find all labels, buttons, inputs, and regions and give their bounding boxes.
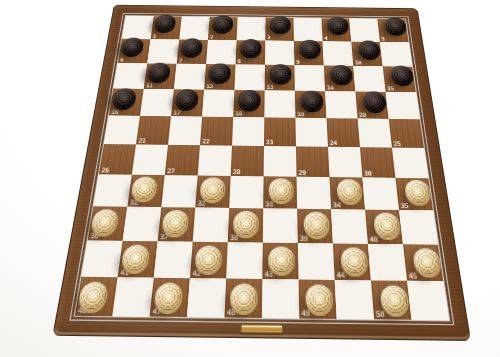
square-40[interactable]: 40: [365, 210, 403, 245]
square-number: 18: [235, 111, 242, 117]
square-38[interactable]: 38: [228, 208, 263, 243]
square-number: 27: [167, 168, 175, 174]
square-light[interactable]: [93, 174, 131, 207]
light-man-piece[interactable]: [130, 176, 157, 200]
square-number: 44: [337, 271, 346, 279]
square-41[interactable]: 41: [118, 241, 158, 278]
square-light[interactable]: [168, 116, 202, 145]
square-number: 38: [230, 234, 238, 241]
dark-man-piece[interactable]: [327, 16, 349, 33]
square-21[interactable]: 21: [136, 116, 171, 145]
dark-man-piece[interactable]: [300, 90, 323, 110]
square-5[interactable]: 5: [377, 19, 408, 42]
square-light[interactable]: [174, 64, 206, 90]
square-16[interactable]: 16: [109, 89, 144, 116]
square-26[interactable]: 26: [99, 144, 136, 175]
square-number: 45: [408, 272, 417, 280]
square-light[interactable]: [264, 146, 297, 177]
square-28[interactable]: 28: [231, 146, 264, 177]
square-number: 3: [267, 35, 270, 40]
square-light[interactable]: [380, 42, 412, 67]
square-light[interactable]: [193, 208, 230, 243]
square-19[interactable]: 19: [295, 91, 327, 118]
square-number: 11: [146, 83, 154, 88]
square-44[interactable]: 44: [333, 243, 371, 280]
light-man-piece[interactable]: [303, 211, 329, 236]
dark-man-piece[interactable]: [180, 38, 203, 56]
square-light[interactable]: [399, 210, 438, 245]
square-light[interactable]: [187, 278, 226, 317]
square-number: 4: [324, 36, 327, 41]
square-number: 22: [202, 138, 210, 144]
square-light[interactable]: [226, 242, 263, 279]
square-42[interactable]: 42: [190, 242, 228, 279]
square-46[interactable]: 46: [75, 277, 118, 316]
square-light[interactable]: [123, 207, 162, 242]
square-number: 10: [355, 60, 362, 65]
square-47[interactable]: 47: [150, 278, 190, 317]
light-man-piece[interactable]: [161, 209, 189, 234]
dark-man-piece[interactable]: [299, 39, 321, 57]
dark-man-piece[interactable]: [269, 15, 290, 32]
square-light[interactable]: [335, 280, 374, 319]
square-14[interactable]: 14: [324, 66, 356, 92]
square-number: 49: [301, 309, 310, 317]
square-number: 31: [130, 199, 139, 206]
square-light[interactable]: [179, 17, 209, 40]
square-number: 5: [381, 36, 385, 41]
square-light[interactable]: [392, 148, 428, 179]
square-number: 28: [233, 169, 241, 175]
square-7[interactable]: 7: [177, 40, 208, 65]
square-light[interactable]: [113, 63, 147, 89]
square-light[interactable]: [297, 177, 332, 210]
square-light[interactable]: [265, 41, 294, 66]
square-number: 24: [330, 140, 338, 146]
square-light[interactable]: [294, 18, 323, 41]
square-number: 26: [101, 167, 109, 173]
dark-man-piece[interactable]: [120, 37, 144, 55]
light-man-piece[interactable]: [340, 247, 368, 274]
square-13[interactable]: 13: [265, 65, 295, 91]
square-number: 48: [227, 308, 236, 316]
square-15[interactable]: 15: [383, 66, 416, 92]
square-number: 34: [333, 202, 341, 209]
square-35[interactable]: 35: [395, 178, 433, 211]
square-light[interactable]: [132, 144, 168, 175]
square-number: 21: [138, 138, 146, 144]
square-light[interactable]: [232, 117, 264, 146]
square-30[interactable]: 30: [360, 147, 395, 178]
dark-man-piece[interactable]: [329, 64, 352, 83]
square-light[interactable]: [122, 16, 154, 39]
light-man-piece[interactable]: [153, 282, 183, 311]
square-number: 7: [179, 58, 183, 63]
square-light[interactable]: [298, 243, 335, 280]
square-number: 1: [152, 34, 156, 39]
light-man-piece[interactable]: [373, 212, 401, 237]
square-light[interactable]: [237, 17, 266, 40]
square-light[interactable]: [386, 92, 420, 119]
square-4[interactable]: 4: [321, 18, 351, 41]
square-light[interactable]: [198, 145, 232, 176]
square-48[interactable]: 48: [224, 279, 262, 318]
square-number: 25: [393, 141, 401, 147]
square-12[interactable]: 12: [204, 64, 235, 90]
square-34[interactable]: 34: [330, 177, 366, 210]
square-33[interactable]: 33: [263, 176, 297, 209]
square-25[interactable]: 25: [389, 119, 424, 148]
square-number: 43: [265, 270, 273, 278]
square-number: 8: [237, 59, 241, 64]
square-10[interactable]: 10: [351, 42, 382, 67]
square-number: 36: [90, 232, 99, 239]
square-light[interactable]: [294, 65, 325, 91]
square-light[interactable]: [112, 277, 154, 316]
light-man-piece[interactable]: [232, 210, 258, 235]
square-11[interactable]: 11: [144, 63, 177, 89]
draughts-board: 1234567891011121314151617181920212223242…: [52, 5, 471, 341]
square-light[interactable]: [154, 241, 193, 278]
square-light[interactable]: [358, 119, 392, 148]
square-number: 13: [267, 84, 274, 89]
dark-man-piece[interactable]: [390, 65, 414, 84]
light-man-piece[interactable]: [199, 177, 225, 201]
square-24[interactable]: 24: [327, 118, 360, 147]
square-8[interactable]: 8: [236, 40, 266, 65]
square-light[interactable]: [407, 281, 449, 320]
square-1[interactable]: 1: [151, 16, 182, 39]
dark-man-piece[interactable]: [362, 91, 386, 111]
square-45[interactable]: 45: [403, 244, 443, 281]
square-37[interactable]: 37: [158, 207, 196, 242]
square-light[interactable]: [264, 90, 295, 117]
square-light[interactable]: [262, 279, 299, 318]
light-man-piece[interactable]: [120, 244, 149, 271]
square-light[interactable]: [104, 116, 140, 145]
square-number: 23: [266, 139, 273, 145]
square-light[interactable]: [349, 19, 380, 42]
square-number: 40: [369, 236, 378, 243]
square-light[interactable]: [362, 177, 399, 210]
square-18[interactable]: 18: [233, 90, 264, 117]
square-number: 33: [265, 201, 273, 208]
square-50[interactable]: 50: [371, 280, 412, 319]
square-number: 50: [376, 310, 385, 318]
dark-man-piece[interactable]: [174, 89, 198, 109]
square-29[interactable]: 29: [296, 146, 330, 177]
square-3[interactable]: 3: [265, 18, 294, 41]
light-man-piece[interactable]: [90, 209, 119, 234]
square-2[interactable]: 2: [208, 17, 238, 40]
dark-man-piece[interactable]: [269, 64, 291, 83]
square-9[interactable]: 9: [294, 41, 324, 66]
dark-man-piece[interactable]: [239, 39, 261, 57]
dark-man-piece[interactable]: [211, 15, 233, 32]
dark-man-piece[interactable]: [237, 89, 260, 109]
square-number: 14: [327, 85, 334, 90]
light-man-piece[interactable]: [268, 178, 293, 202]
square-number: 9: [296, 59, 299, 64]
square-number: 19: [297, 111, 304, 117]
square-49[interactable]: 49: [299, 280, 337, 319]
square-43[interactable]: 43: [262, 243, 298, 280]
square-27[interactable]: 27: [165, 145, 200, 176]
square-number: 16: [111, 109, 119, 115]
square-light[interactable]: [147, 39, 179, 64]
square-39[interactable]: 39: [297, 209, 333, 244]
square-number: 15: [387, 86, 394, 91]
square-number: 12: [206, 84, 213, 89]
square-number: 29: [298, 169, 306, 175]
square-20[interactable]: 20: [355, 92, 388, 119]
square-light[interactable]: [353, 66, 385, 92]
square-number: 32: [198, 200, 206, 207]
square-number: 17: [173, 110, 181, 116]
light-man-piece[interactable]: [194, 245, 222, 272]
square-number: 30: [364, 170, 372, 176]
square-32[interactable]: 32: [195, 175, 230, 208]
square-light[interactable]: [325, 91, 357, 118]
square-22[interactable]: 22: [200, 117, 233, 146]
square-31[interactable]: 31: [127, 175, 164, 208]
square-light[interactable]: [368, 244, 407, 281]
square-light[interactable]: [206, 40, 236, 65]
square-number: 37: [160, 233, 169, 240]
square-36[interactable]: 36: [88, 206, 128, 241]
square-number: 6: [120, 57, 124, 62]
square-number: 35: [400, 202, 408, 209]
square-17[interactable]: 17: [171, 89, 204, 116]
dark-man-piece[interactable]: [153, 14, 176, 31]
square-light[interactable]: [81, 240, 122, 277]
square-light[interactable]: [331, 209, 368, 244]
square-number: 2: [210, 34, 214, 39]
square-light[interactable]: [202, 90, 234, 117]
light-man-piece[interactable]: [229, 283, 257, 312]
square-light[interactable]: [263, 208, 298, 243]
dark-man-piece[interactable]: [357, 40, 380, 58]
light-man-piece[interactable]: [305, 284, 333, 313]
square-light[interactable]: [234, 64, 265, 90]
light-man-piece[interactable]: [268, 246, 294, 273]
dark-man-piece[interactable]: [208, 63, 231, 82]
dark-man-piece[interactable]: [146, 62, 170, 81]
square-6[interactable]: 6: [118, 39, 151, 64]
square-light[interactable]: [229, 176, 263, 209]
board-grid: 1234567891011121314151617181920212223242…: [73, 15, 450, 321]
light-man-piece[interactable]: [336, 179, 362, 203]
square-light[interactable]: [323, 41, 354, 66]
dark-man-piece[interactable]: [111, 88, 137, 108]
light-man-piece[interactable]: [77, 281, 109, 310]
photo-scene: 1234567891011121314151617181920212223242…: [0, 0, 500, 357]
square-light[interactable]: [161, 175, 197, 208]
brass-nameplate: [240, 324, 283, 333]
square-number: 39: [300, 235, 308, 242]
square-number: 20: [359, 112, 366, 118]
light-man-piece[interactable]: [403, 179, 431, 203]
square-light[interactable]: [295, 118, 328, 147]
square-light[interactable]: [140, 89, 174, 116]
square-23[interactable]: 23: [264, 117, 296, 146]
square-light[interactable]: [328, 147, 362, 178]
square-number: 42: [192, 269, 201, 277]
dark-man-piece[interactable]: [384, 17, 407, 34]
